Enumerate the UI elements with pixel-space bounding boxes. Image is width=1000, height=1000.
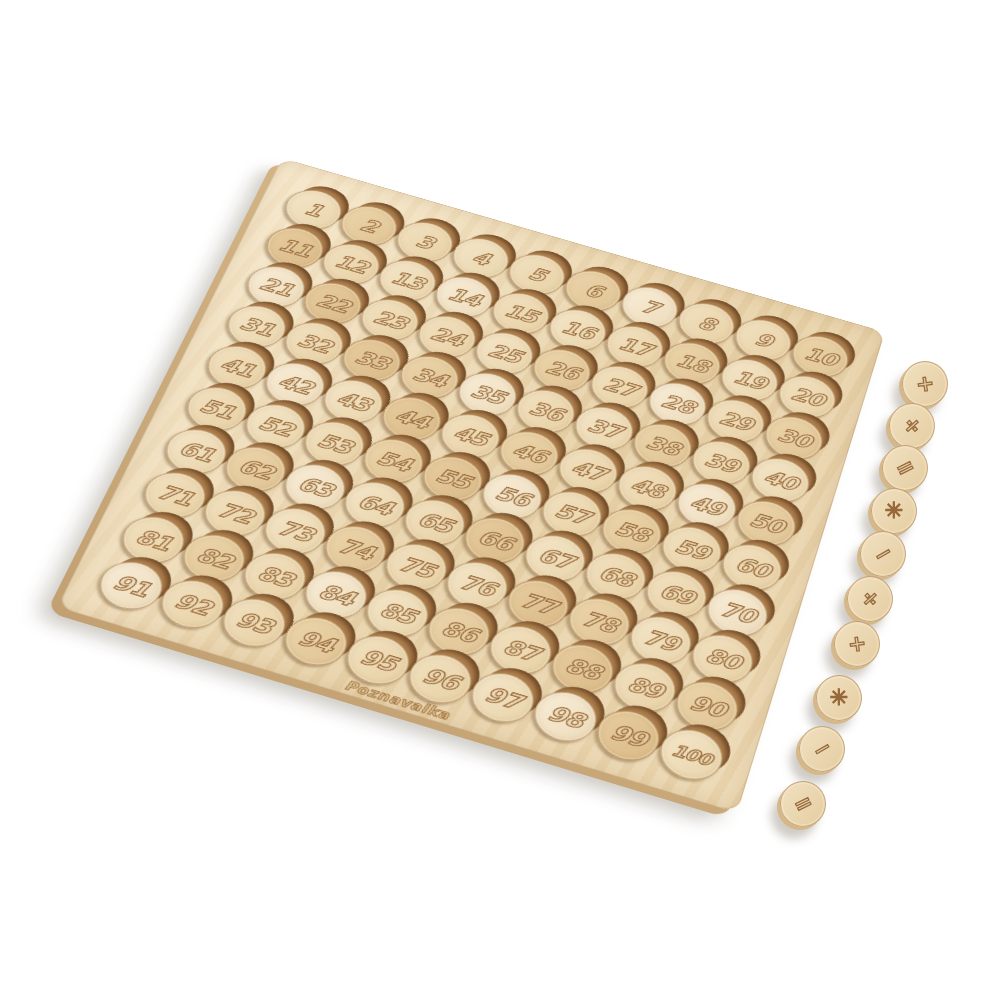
equals-icon: = (790, 790, 816, 818)
token-number-label: 68 (595, 562, 636, 590)
token-number-label: 34 (410, 364, 450, 389)
token-number-label: 42 (275, 371, 316, 397)
token-number-label: 10 (801, 344, 839, 369)
token-number-label: 87 (500, 636, 542, 665)
token-number-label: 77 (517, 590, 559, 618)
multiply-icon: ✳ (885, 500, 903, 522)
token-number-label: 57 (552, 500, 593, 527)
token-number-label: 44 (391, 406, 432, 432)
operation-token-equals[interactable]: = (882, 445, 928, 491)
token-number-label: 45 (450, 423, 490, 449)
token-number-label: 89 (624, 673, 666, 702)
token-number-label: 21 (256, 274, 296, 299)
token-number-label: 54 (373, 448, 414, 475)
token-number-label: 66 (474, 527, 515, 554)
token-number-label: 33 (352, 347, 392, 372)
token-number-label: 76 (456, 571, 498, 599)
token-number-label: 64 (354, 491, 396, 518)
token-number-label: 80 (702, 644, 743, 673)
token-number-label: 48 (627, 475, 667, 502)
token-number-label: 97 (481, 683, 524, 712)
token-number-label: 14 (445, 285, 484, 309)
token-number-label: 85 (376, 599, 419, 627)
token-number-label: 19 (730, 367, 768, 392)
token-number-label: 84 (315, 580, 358, 608)
token-number-label: 74 (335, 535, 377, 563)
minus-icon: − (809, 735, 836, 763)
token-number-label: 6 (582, 281, 605, 301)
operation-token-divide[interactable]: ÷ (889, 403, 935, 449)
operation-token-equals[interactable]: = (780, 781, 826, 827)
operation-token-multiply[interactable]: ✳ (816, 675, 862, 721)
operation-token-minus[interactable]: − (860, 531, 906, 577)
token-number-label: 58 (612, 518, 652, 545)
token-number-label: 31 (237, 314, 277, 339)
minus-icon: − (870, 540, 897, 568)
operation-token-plus[interactable]: + (834, 621, 880, 667)
token-number-label: 12 (332, 252, 371, 276)
token-number-label: 4 (469, 248, 492, 268)
operation-token-plus[interactable]: + (902, 361, 948, 407)
token-number-label: 82 (193, 544, 236, 572)
hundred-board: 1234567891011121314151617181920212223242… (57, 158, 885, 813)
hundred-board-grid: 1234567891011121314151617181920212223242… (57, 158, 885, 813)
token-number-label: 98 (544, 702, 587, 732)
divide-icon: ÷ (898, 412, 926, 441)
token-number-label: 29 (716, 408, 755, 434)
scene: 1234567891011121314151617181920212223242… (0, 0, 1000, 1000)
token-number-label: 100 (669, 741, 713, 767)
token-number-label: 13 (388, 268, 427, 292)
token-number-label: 25 (485, 341, 524, 366)
token-number-label: 83 (254, 562, 297, 590)
multiply-icon: ✳ (830, 687, 848, 709)
token-number-label: 94 (294, 627, 337, 656)
token-number-label: 3 (413, 232, 437, 252)
token-number-label: 40 (761, 467, 800, 493)
token-number-label: 60 (732, 554, 772, 581)
token-number-label: 73 (274, 517, 316, 545)
token-number-label: 91 (109, 571, 153, 599)
token-number-label: 9 (752, 330, 774, 350)
token-number-label: 30 (775, 425, 814, 451)
token-number-label: 86 (438, 617, 480, 646)
token-number-label: 5 (525, 264, 548, 284)
token-number-label: 65 (414, 509, 455, 536)
token-number-label: 49 (687, 492, 727, 519)
token-number-label: 90 (686, 691, 728, 720)
token-number-label: 35 (468, 381, 508, 407)
token-number-label: 43 (333, 388, 374, 414)
token-number-label: 27 (600, 374, 639, 399)
token-number-label: 81 (132, 526, 175, 554)
plus-icon: + (846, 632, 867, 656)
token-number-label: 32 (294, 331, 334, 356)
token-number-label: 75 (395, 553, 437, 581)
token-number-label: 39 (702, 450, 741, 476)
token-number-label: 47 (568, 457, 608, 483)
token-number-label: 8 (695, 313, 718, 333)
token-number-label: 52 (255, 413, 296, 439)
token-number-label: 17 (616, 334, 655, 359)
token-number-label: 15 (501, 301, 540, 326)
token-number-label: 53 (314, 430, 355, 456)
plus-icon: + (914, 372, 935, 396)
token-number-label: 55 (432, 465, 473, 492)
token-number-label: 79 (640, 626, 681, 654)
token-number-label: 20 (788, 384, 826, 409)
token-number-label: 71 (154, 481, 197, 508)
token-number-label: 70 (717, 598, 758, 626)
token-number-label: 93 (232, 608, 276, 637)
token-number-label: 69 (656, 580, 697, 608)
token-number-label: 50 (747, 510, 787, 537)
token-number-label: 22 (313, 291, 353, 316)
token-number-label: 24 (427, 324, 466, 349)
equals-icon: = (892, 454, 918, 482)
token-number-label: 72 (214, 499, 257, 526)
token-number-label: 7 (638, 297, 661, 317)
token-number-label: 1 (301, 200, 325, 219)
token-number-label: 26 (542, 357, 581, 382)
token-number-label: 92 (171, 590, 215, 619)
token-number-label: 18 (673, 351, 711, 376)
token-number-label: 67 (535, 544, 576, 572)
token-number-label: 51 (196, 396, 238, 422)
token-number-label: 16 (558, 318, 597, 343)
operation-token-multiply[interactable]: ✳ (871, 488, 917, 534)
token-number-label: 11 (275, 236, 314, 260)
token-number-label: 41 (217, 354, 258, 380)
token-number-label: 56 (492, 483, 533, 510)
token-number-label: 96 (419, 664, 462, 693)
token-number-label: 61 (175, 438, 217, 465)
operation-token-minus[interactable]: − (799, 726, 845, 772)
token-number-label: 36 (526, 398, 566, 424)
token-number-label: 2 (357, 216, 381, 235)
token-number-label: 37 (584, 415, 624, 441)
token-number-label: 38 (643, 432, 682, 458)
token-number-label: 62 (235, 456, 277, 483)
token-number-label: 59 (672, 536, 712, 563)
operation-token-divide[interactable]: ÷ (847, 576, 893, 622)
token-number-label: 99 (607, 721, 650, 751)
token-number-label: 46 (509, 440, 549, 466)
divide-icon: ÷ (856, 585, 884, 614)
token-number-label: 78 (579, 608, 621, 636)
token-number-label: 88 (562, 654, 604, 683)
token-number-label: 23 (370, 307, 410, 332)
token-number-label: 95 (356, 646, 399, 675)
token-number-label: 28 (658, 391, 697, 416)
token-number-label: 63 (294, 473, 336, 500)
